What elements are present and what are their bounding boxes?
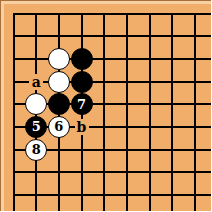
grid-line-horizontal <box>13 171 212 173</box>
stone-black-move-5: 5 <box>25 116 47 138</box>
stone-black <box>71 71 93 93</box>
grid-line-vertical <box>103 13 105 212</box>
grid-line-vertical <box>13 13 15 212</box>
stone-white-move-8: 8 <box>25 139 47 161</box>
grid-line-vertical <box>194 13 196 212</box>
grid-line-horizontal <box>13 35 212 37</box>
move-number: 6 <box>54 120 63 133</box>
stone-white <box>25 93 47 115</box>
move-number: 8 <box>32 143 41 156</box>
stone-white-move-6: 6 <box>48 116 70 138</box>
go-board-diagram: ab7568 <box>0 0 211 211</box>
grid-line-vertical <box>126 13 128 212</box>
stone-black <box>48 93 70 115</box>
move-number: 5 <box>32 120 41 133</box>
stone-white <box>48 71 70 93</box>
grid-line-horizontal <box>13 194 212 196</box>
stone-black <box>71 48 93 70</box>
grid-line-vertical <box>171 13 173 212</box>
stone-black-move-7: 7 <box>71 93 93 115</box>
move-number: 7 <box>77 98 86 111</box>
stone-white <box>48 48 70 70</box>
point-label-b: b <box>75 119 89 135</box>
grid-line-horizontal <box>13 58 212 60</box>
point-label-a: a <box>29 74 43 90</box>
grid-line-horizontal <box>13 13 212 15</box>
grid-line-vertical <box>149 13 151 212</box>
